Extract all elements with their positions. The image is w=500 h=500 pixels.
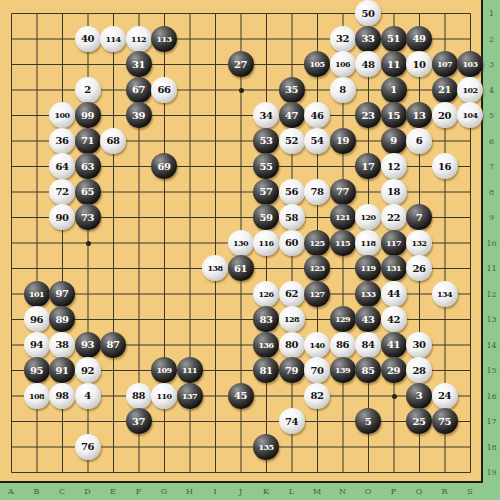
stone-131: 131 [381,255,407,281]
stone-3: 3 [406,383,432,409]
stone-6: 6 [406,128,432,154]
stone-28: 28 [406,357,432,383]
stone-123: 123 [304,255,330,281]
stone-119: 119 [355,255,381,281]
stone-138: 138 [202,255,228,281]
go-game-diagram: 1234567891011121315161718192021222324252… [0,0,500,500]
stone-83: 83 [253,306,279,332]
stone-108: 108 [24,383,50,409]
row-label-11: 11 [483,264,500,273]
stone-27: 27 [228,51,254,77]
stone-4: 4 [75,383,101,409]
stone-41: 41 [381,332,407,358]
stone-16: 16 [432,153,458,179]
stone-79: 79 [279,357,305,383]
stone-117: 117 [381,230,407,256]
stone-40: 40 [75,26,101,52]
col-label-N: N [335,486,351,498]
col-label-I: I [207,486,223,498]
stone-135: 135 [253,434,279,460]
stone-37: 37 [126,408,152,434]
col-label-L: L [284,486,300,498]
stone-91: 91 [49,357,75,383]
stone-1: 1 [381,77,407,103]
stone-71: 71 [75,128,101,154]
row-label-17: 17 [483,417,500,426]
stone-61: 61 [228,255,254,281]
stone-48: 48 [355,51,381,77]
stone-15: 15 [381,102,407,128]
row-label-6: 6 [483,137,500,146]
stone-99: 99 [75,102,101,128]
stone-106: 106 [330,51,356,77]
stone-7: 7 [406,204,432,230]
stone-80: 80 [279,332,305,358]
col-label-S: S [462,486,478,498]
stone-104: 104 [457,102,483,128]
star-point [86,241,91,246]
stone-62: 62 [279,281,305,307]
stone-132: 132 [406,230,432,256]
stone-17: 17 [355,153,381,179]
stone-22: 22 [381,204,407,230]
stone-57: 57 [253,179,279,205]
stone-84: 84 [355,332,381,358]
row-labels-strip: 12345678910111213141516171819 [483,0,500,500]
stone-59: 59 [253,204,279,230]
stone-137: 137 [177,383,203,409]
row-label-2: 2 [483,35,500,44]
stone-33: 33 [355,26,381,52]
stone-129: 129 [330,306,356,332]
row-label-18: 18 [483,443,500,452]
row-label-15: 15 [483,366,500,375]
col-label-B: B [29,486,45,498]
row-label-1: 1 [483,9,500,18]
stone-90: 90 [49,204,75,230]
stone-69: 69 [151,153,177,179]
stone-94: 94 [24,332,50,358]
stone-74: 74 [279,408,305,434]
col-label-P: P [386,486,402,498]
stone-115: 115 [330,230,356,256]
row-label-14: 14 [483,341,500,350]
stone-72: 72 [49,179,75,205]
col-label-D: D [80,486,96,498]
col-label-Q: Q [411,486,427,498]
stone-32: 32 [330,26,356,52]
stone-26: 26 [406,255,432,281]
stone-113: 113 [151,26,177,52]
stone-111: 111 [177,357,203,383]
stone-21: 21 [432,77,458,103]
stone-12: 12 [381,153,407,179]
stone-23: 23 [355,102,381,128]
stone-121: 121 [330,204,356,230]
col-label-K: K [258,486,274,498]
stone-120: 120 [355,204,381,230]
stone-105: 105 [304,51,330,77]
row-label-9: 9 [483,213,500,222]
stone-82: 82 [304,383,330,409]
row-label-19: 19 [483,468,500,477]
column-labels-strip: ABCDEFGHIJKLMNOPQRS [0,483,500,500]
stone-18: 18 [381,179,407,205]
row-label-3: 3 [483,60,500,69]
stone-10: 10 [406,51,432,77]
stone-19: 19 [330,128,356,154]
stone-68: 68 [100,128,126,154]
stone-2: 2 [75,77,101,103]
stone-47: 47 [279,102,305,128]
stone-85: 85 [355,357,381,383]
star-point [392,394,397,399]
row-label-4: 4 [483,86,500,95]
row-label-10: 10 [483,239,500,248]
stone-24: 24 [432,383,458,409]
stone-39: 39 [126,102,152,128]
stone-29: 29 [381,357,407,383]
stone-78: 78 [304,179,330,205]
stone-116: 116 [253,230,279,256]
stone-63: 63 [75,153,101,179]
stone-56: 56 [279,179,305,205]
col-label-F: F [131,486,147,498]
stone-52: 52 [279,128,305,154]
stone-65: 65 [75,179,101,205]
stone-13: 13 [406,102,432,128]
col-label-E: E [105,486,121,498]
stone-103: 103 [457,51,483,77]
stone-38: 38 [49,332,75,358]
stone-53: 53 [253,128,279,154]
stone-50: 50 [355,0,381,26]
stone-86: 86 [330,332,356,358]
stone-133: 133 [355,281,381,307]
col-label-H: H [182,486,198,498]
stone-100: 100 [49,102,75,128]
stone-58: 58 [279,204,305,230]
stone-43: 43 [355,306,381,332]
stone-114: 114 [100,26,126,52]
stone-87: 87 [100,332,126,358]
stone-109: 109 [151,357,177,383]
stone-42: 42 [381,306,407,332]
stone-9: 9 [381,128,407,154]
stone-140: 140 [304,332,330,358]
stone-98: 98 [49,383,75,409]
stone-102: 102 [457,77,483,103]
stone-139: 139 [330,357,356,383]
stone-77: 77 [330,179,356,205]
stone-35: 35 [279,77,305,103]
stone-89: 89 [49,306,75,332]
stone-92: 92 [75,357,101,383]
stone-70: 70 [304,357,330,383]
stone-93: 93 [75,332,101,358]
stone-20: 20 [432,102,458,128]
stone-25: 25 [406,408,432,434]
stone-130: 130 [228,230,254,256]
stone-64: 64 [49,153,75,179]
row-label-7: 7 [483,162,500,171]
stone-11: 11 [381,51,407,77]
stone-5: 5 [355,408,381,434]
stone-34: 34 [253,102,279,128]
stone-125: 125 [304,230,330,256]
stone-127: 127 [304,281,330,307]
stone-134: 134 [432,281,458,307]
col-label-O: O [360,486,376,498]
col-label-R: R [437,486,453,498]
col-label-C: C [54,486,70,498]
stone-95: 95 [24,357,50,383]
row-label-12: 12 [483,290,500,299]
stone-96: 96 [24,306,50,332]
stone-128: 128 [279,306,305,332]
stone-30: 30 [406,332,432,358]
row-label-5: 5 [483,111,500,120]
stone-36: 36 [49,128,75,154]
row-label-8: 8 [483,188,500,197]
stone-107: 107 [432,51,458,77]
go-board[interactable]: 1234567891011121315161718192021222324252… [0,0,483,483]
col-label-A: A [3,486,19,498]
stone-31: 31 [126,51,152,77]
stone-118: 118 [355,230,381,256]
stone-55: 55 [253,153,279,179]
stone-76: 76 [75,434,101,460]
stone-81: 81 [253,357,279,383]
stone-45: 45 [228,383,254,409]
stone-88: 88 [126,383,152,409]
row-label-16: 16 [483,392,500,401]
stone-75: 75 [432,408,458,434]
stone-67: 67 [126,77,152,103]
stone-60: 60 [279,230,305,256]
col-label-J: J [233,486,249,498]
stone-51: 51 [381,26,407,52]
stone-126: 126 [253,281,279,307]
stone-46: 46 [304,102,330,128]
stone-66: 66 [151,77,177,103]
stone-97: 97 [49,281,75,307]
stone-112: 112 [126,26,152,52]
star-point [239,88,244,93]
stone-110: 110 [151,383,177,409]
col-label-G: G [156,486,172,498]
stone-101: 101 [24,281,50,307]
stone-136: 136 [253,332,279,358]
stone-49: 49 [406,26,432,52]
row-label-13: 13 [483,315,500,324]
col-label-M: M [309,486,325,498]
stone-73: 73 [75,204,101,230]
stone-44: 44 [381,281,407,307]
stone-8: 8 [330,77,356,103]
stone-54: 54 [304,128,330,154]
